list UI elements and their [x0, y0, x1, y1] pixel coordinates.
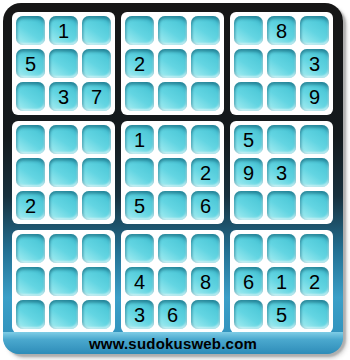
cell-r2c4[interactable]: 2	[125, 49, 154, 78]
block-r1c3: 839	[230, 12, 333, 115]
block-r1c1: 1537	[12, 12, 115, 115]
block-r1c2: 2	[121, 12, 224, 115]
cell-r1c6[interactable]	[191, 16, 220, 45]
cell-r8c2[interactable]	[49, 267, 78, 296]
cell-r8c4[interactable]: 4	[125, 267, 154, 296]
cell-r5c7[interactable]: 9	[234, 158, 263, 187]
cell-r6c1[interactable]: 2	[16, 191, 45, 220]
cell-r7c9[interactable]	[300, 234, 329, 263]
cell-r6c2[interactable]	[49, 191, 78, 220]
cell-r2c6[interactable]	[191, 49, 220, 78]
screenshot-stage: 153728392125659348366125 www.sudokusweb.…	[0, 0, 350, 360]
block-r3c3: 6125	[230, 230, 333, 333]
cell-r6c6[interactable]: 6	[191, 191, 220, 220]
cell-r4c7[interactable]: 5	[234, 125, 263, 154]
cell-r2c1[interactable]: 5	[16, 49, 45, 78]
cell-r4c8[interactable]	[267, 125, 296, 154]
cell-r5c3[interactable]	[82, 158, 111, 187]
block-r2c3: 593	[230, 121, 333, 224]
cell-r1c4[interactable]	[125, 16, 154, 45]
puzzle-frame: 153728392125659348366125 www.sudokusweb.…	[3, 3, 343, 354]
cell-r1c2[interactable]: 1	[49, 16, 78, 45]
cell-r5c8[interactable]: 3	[267, 158, 296, 187]
block-r3c2: 4836	[121, 230, 224, 333]
cell-r9c7[interactable]	[234, 300, 263, 329]
cell-r3c2[interactable]: 3	[49, 82, 78, 111]
cell-r9c9[interactable]	[300, 300, 329, 329]
cell-r4c5[interactable]	[158, 125, 187, 154]
cell-r8c9[interactable]: 2	[300, 267, 329, 296]
cell-r1c1[interactable]	[16, 16, 45, 45]
cell-r2c2[interactable]	[49, 49, 78, 78]
block-r2c2: 1256	[121, 121, 224, 224]
cell-r8c5[interactable]	[158, 267, 187, 296]
cell-r4c4[interactable]: 1	[125, 125, 154, 154]
cell-r1c9[interactable]	[300, 16, 329, 45]
cell-r2c9[interactable]: 3	[300, 49, 329, 78]
cell-r2c7[interactable]	[234, 49, 263, 78]
cell-r2c3[interactable]	[82, 49, 111, 78]
cell-r9c4[interactable]: 3	[125, 300, 154, 329]
cell-r5c9[interactable]	[300, 158, 329, 187]
cell-r3c3[interactable]: 7	[82, 82, 111, 111]
cell-r3c8[interactable]	[267, 82, 296, 111]
cell-r7c2[interactable]	[49, 234, 78, 263]
cell-r9c3[interactable]	[82, 300, 111, 329]
cell-r8c1[interactable]	[16, 267, 45, 296]
cell-r9c8[interactable]: 5	[267, 300, 296, 329]
cell-r7c7[interactable]	[234, 234, 263, 263]
cell-r1c8[interactable]: 8	[267, 16, 296, 45]
cell-r7c5[interactable]	[158, 234, 187, 263]
cell-r3c6[interactable]	[191, 82, 220, 111]
cell-r8c6[interactable]: 8	[191, 267, 220, 296]
cell-r3c9[interactable]: 9	[300, 82, 329, 111]
cell-r7c6[interactable]	[191, 234, 220, 263]
cell-r6c9[interactable]	[300, 191, 329, 220]
cell-r6c5[interactable]	[158, 191, 187, 220]
cell-r3c4[interactable]	[125, 82, 154, 111]
cell-r7c8[interactable]	[267, 234, 296, 263]
cell-r9c5[interactable]: 6	[158, 300, 187, 329]
cell-r6c7[interactable]	[234, 191, 263, 220]
cell-r1c7[interactable]	[234, 16, 263, 45]
cell-r5c1[interactable]	[16, 158, 45, 187]
cell-r4c2[interactable]	[49, 125, 78, 154]
cell-r4c1[interactable]	[16, 125, 45, 154]
cell-r3c1[interactable]	[16, 82, 45, 111]
cell-r8c3[interactable]	[82, 267, 111, 296]
sudoku-board: 153728392125659348366125	[12, 12, 333, 333]
cell-r8c8[interactable]: 1	[267, 267, 296, 296]
cell-r6c3[interactable]	[82, 191, 111, 220]
cell-r4c9[interactable]	[300, 125, 329, 154]
cell-r5c5[interactable]	[158, 158, 187, 187]
cell-r9c2[interactable]	[49, 300, 78, 329]
cell-r6c8[interactable]	[267, 191, 296, 220]
cell-r2c5[interactable]	[158, 49, 187, 78]
cell-r1c3[interactable]	[82, 16, 111, 45]
cell-r7c3[interactable]	[82, 234, 111, 263]
cell-r1c5[interactable]	[158, 16, 187, 45]
cell-r7c1[interactable]	[16, 234, 45, 263]
cell-r7c4[interactable]	[125, 234, 154, 263]
cell-r5c6[interactable]: 2	[191, 158, 220, 187]
footer-url: www.sudokusweb.com	[3, 332, 343, 354]
block-r3c1	[12, 230, 115, 333]
cell-r8c7[interactable]: 6	[234, 267, 263, 296]
cell-r4c6[interactable]	[191, 125, 220, 154]
cell-r3c5[interactable]	[158, 82, 187, 111]
cell-r3c7[interactable]	[234, 82, 263, 111]
cell-r5c2[interactable]	[49, 158, 78, 187]
cell-r6c4[interactable]: 5	[125, 191, 154, 220]
cell-r5c4[interactable]	[125, 158, 154, 187]
cell-r9c1[interactable]	[16, 300, 45, 329]
cell-r4c3[interactable]	[82, 125, 111, 154]
cell-r2c8[interactable]	[267, 49, 296, 78]
cell-r9c6[interactable]	[191, 300, 220, 329]
block-r2c1: 2	[12, 121, 115, 224]
